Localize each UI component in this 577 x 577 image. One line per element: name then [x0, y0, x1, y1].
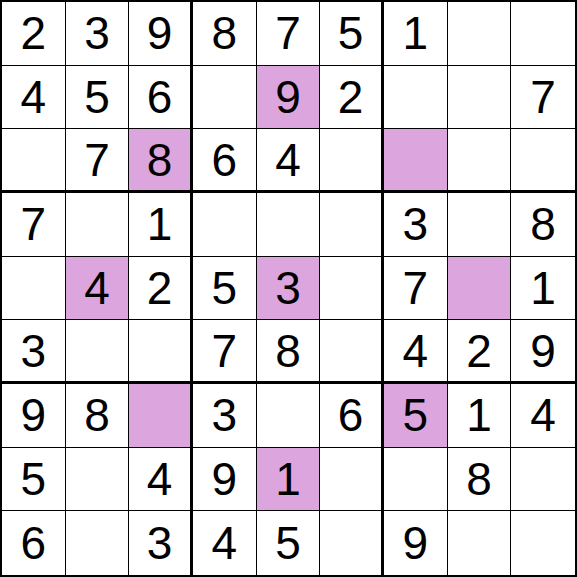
cell-r3c7[interactable]	[384, 129, 448, 193]
cell-r2c4[interactable]	[193, 66, 257, 130]
cell-r1c5[interactable]: 7	[257, 2, 321, 66]
cell-r9c9[interactable]	[511, 511, 575, 575]
cell-r2c5[interactable]: 9	[257, 66, 321, 130]
cell-r5c2[interactable]: 4	[66, 257, 130, 321]
cell-r9c5[interactable]: 5	[257, 511, 321, 575]
cell-r4c1[interactable]: 7	[2, 193, 66, 257]
cell-r8c9[interactable]	[511, 448, 575, 512]
cell-r2c8[interactable]	[448, 66, 512, 130]
cell-r9c6[interactable]	[320, 511, 384, 575]
cell-r2c2[interactable]: 5	[66, 66, 130, 130]
cell-r7c3[interactable]	[129, 384, 193, 448]
cell-r2c7[interactable]	[384, 66, 448, 130]
sudoku-board: 2398751456927786471384253713784299836514…	[0, 0, 577, 577]
cell-r2c9[interactable]: 7	[511, 66, 575, 130]
cell-r6c4[interactable]: 7	[193, 320, 257, 384]
sudoku-puzzle: 2398751456927786471384253713784299836514…	[0, 0, 577, 577]
cell-r6c1[interactable]: 3	[2, 320, 66, 384]
cell-r3c2[interactable]: 7	[66, 129, 130, 193]
cell-r3c8[interactable]	[448, 129, 512, 193]
cell-r6c7[interactable]: 4	[384, 320, 448, 384]
cell-r7c5[interactable]	[257, 384, 321, 448]
cell-r4c4[interactable]	[193, 193, 257, 257]
cell-r9c4[interactable]: 4	[193, 511, 257, 575]
cell-r6c5[interactable]: 8	[257, 320, 321, 384]
cell-r7c2[interactable]: 8	[66, 384, 130, 448]
cell-r9c2[interactable]	[66, 511, 130, 575]
cell-r7c7[interactable]: 5	[384, 384, 448, 448]
cell-r5c3[interactable]: 2	[129, 257, 193, 321]
cell-r9c8[interactable]	[448, 511, 512, 575]
cell-r4c8[interactable]	[448, 193, 512, 257]
cell-r4c2[interactable]	[66, 193, 130, 257]
cell-r1c1[interactable]: 2	[2, 2, 66, 66]
cell-r6c9[interactable]: 9	[511, 320, 575, 384]
cell-r1c8[interactable]	[448, 2, 512, 66]
cell-r1c6[interactable]: 5	[320, 2, 384, 66]
cell-r7c6[interactable]: 6	[320, 384, 384, 448]
cell-r5c9[interactable]: 1	[511, 257, 575, 321]
cell-r4c7[interactable]: 3	[384, 193, 448, 257]
cell-r7c1[interactable]: 9	[2, 384, 66, 448]
cell-r8c7[interactable]	[384, 448, 448, 512]
cell-r6c8[interactable]: 2	[448, 320, 512, 384]
cell-r6c6[interactable]	[320, 320, 384, 384]
cell-r1c7[interactable]: 1	[384, 2, 448, 66]
cell-r8c8[interactable]: 8	[448, 448, 512, 512]
cell-r1c9[interactable]	[511, 2, 575, 66]
cell-r5c6[interactable]	[320, 257, 384, 321]
cell-r3c1[interactable]	[2, 129, 66, 193]
cell-r5c1[interactable]	[2, 257, 66, 321]
cell-r2c1[interactable]: 4	[2, 66, 66, 130]
cell-r7c8[interactable]: 1	[448, 384, 512, 448]
cell-r8c2[interactable]	[66, 448, 130, 512]
cell-r9c3[interactable]: 3	[129, 511, 193, 575]
cell-r9c1[interactable]: 6	[2, 511, 66, 575]
cell-r4c5[interactable]	[257, 193, 321, 257]
cell-r6c2[interactable]	[66, 320, 130, 384]
cell-r3c4[interactable]: 6	[193, 129, 257, 193]
cell-r1c4[interactable]: 8	[193, 2, 257, 66]
cell-r4c3[interactable]: 1	[129, 193, 193, 257]
cell-r2c6[interactable]: 2	[320, 66, 384, 130]
cell-r7c4[interactable]: 3	[193, 384, 257, 448]
cell-r6c3[interactable]	[129, 320, 193, 384]
cell-r8c3[interactable]: 4	[129, 448, 193, 512]
cell-r8c5[interactable]: 1	[257, 448, 321, 512]
cell-r8c1[interactable]: 5	[2, 448, 66, 512]
cell-r7c9[interactable]: 4	[511, 384, 575, 448]
cell-r2c3[interactable]: 6	[129, 66, 193, 130]
cell-r5c5[interactable]: 3	[257, 257, 321, 321]
cell-r9c7[interactable]: 9	[384, 511, 448, 575]
cell-r1c2[interactable]: 3	[66, 2, 130, 66]
cell-r3c6[interactable]	[320, 129, 384, 193]
cell-r5c4[interactable]: 5	[193, 257, 257, 321]
cell-r8c4[interactable]: 9	[193, 448, 257, 512]
cell-r8c6[interactable]	[320, 448, 384, 512]
cell-r1c3[interactable]: 9	[129, 2, 193, 66]
cell-r3c5[interactable]: 4	[257, 129, 321, 193]
cell-r5c8[interactable]	[448, 257, 512, 321]
cell-r3c9[interactable]	[511, 129, 575, 193]
cell-r5c7[interactable]: 7	[384, 257, 448, 321]
cell-r3c3[interactable]: 8	[129, 129, 193, 193]
cell-r4c9[interactable]: 8	[511, 193, 575, 257]
cell-r4c6[interactable]	[320, 193, 384, 257]
